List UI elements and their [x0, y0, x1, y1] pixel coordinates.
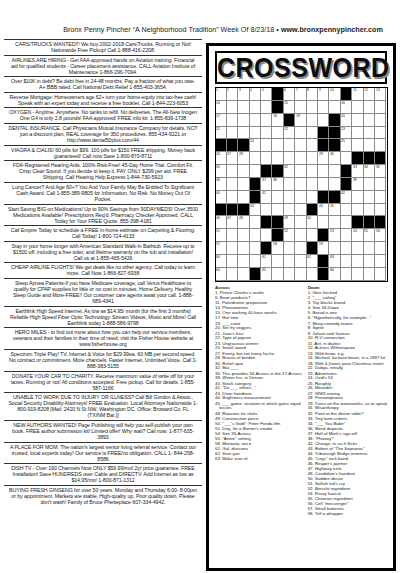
white-square: 28: [238, 152, 249, 165]
white-square: [352, 191, 363, 204]
white-square: [238, 255, 249, 268]
white-square: [227, 191, 238, 204]
white-square: [375, 114, 386, 127]
white-square: 33: [352, 165, 363, 178]
clue: 45. ___ game: situation in which gains e…: [215, 401, 302, 411]
white-square: [352, 255, 363, 268]
white-square: 18: [272, 114, 283, 127]
white-square: [295, 204, 306, 217]
cell-number: 3: [239, 88, 241, 92]
white-square: [250, 216, 261, 229]
white-square: 63: [329, 255, 340, 268]
black-square: [318, 268, 329, 281]
white-square: [261, 127, 272, 140]
black-square: [341, 178, 352, 191]
white-square: 39: [352, 178, 363, 191]
cell-number: 41: [262, 191, 266, 195]
cell-number: 29: [319, 152, 323, 156]
black-square: [352, 152, 363, 165]
classified-ad: Reverse Mortgage: Homeowners age 62+ tur…: [4, 92, 202, 108]
black-square: [272, 229, 283, 242]
black-square: [250, 178, 261, 191]
white-square: 49: [284, 216, 295, 229]
white-square: 45: [329, 204, 340, 217]
cell-number: 33: [353, 165, 357, 169]
white-square: [284, 204, 295, 217]
black-square: [238, 139, 249, 152]
white-square: [329, 178, 340, 191]
white-square: 20: [341, 114, 352, 127]
cell-number: 66: [330, 268, 334, 272]
black-square: [364, 216, 375, 229]
white-square: [227, 268, 238, 281]
white-square: [284, 191, 295, 204]
cell-number: 6: [284, 88, 286, 92]
white-square: [250, 242, 261, 255]
white-square: [329, 216, 340, 229]
white-square: 65: [261, 268, 272, 281]
cell-number: 26: [216, 152, 220, 156]
classified-ad: CHEAP AIRLINE FLIGHTS! We get deals like…: [4, 262, 202, 278]
cell-number: 61: [262, 255, 266, 259]
white-square: [238, 229, 249, 242]
white-square: [295, 268, 306, 281]
white-square: 23: [341, 127, 352, 140]
white-square: 16: [341, 101, 352, 114]
crossword-masthead: CROSSWORD: [215, 51, 387, 84]
white-square: [307, 165, 318, 178]
white-square: [352, 114, 363, 127]
black-square: [261, 165, 272, 178]
black-square: [352, 216, 363, 229]
white-square: [250, 255, 261, 268]
white-square: 47: [227, 216, 238, 229]
header-title: Bronx Penny Pincher “A Neighborhood Trad…: [63, 25, 281, 34]
white-square: [341, 204, 352, 217]
white-square: [295, 229, 306, 242]
cell-number: 51: [216, 229, 220, 233]
white-square: [295, 242, 306, 255]
white-square: [307, 139, 318, 152]
white-square: 52: [284, 229, 295, 242]
white-square: [307, 127, 318, 140]
classified-ad: Earthlink High Speed Internet. As low as…: [4, 306, 202, 328]
white-square: [238, 127, 249, 140]
white-square: [352, 204, 363, 217]
white-square: [307, 114, 318, 127]
black-square: [284, 114, 295, 127]
white-square: [295, 255, 306, 268]
white-square: 26: [216, 152, 227, 165]
white-square: [307, 101, 318, 114]
white-square: [307, 152, 318, 165]
white-square: [341, 216, 352, 229]
white-square: [375, 101, 386, 114]
cell-number: 40: [216, 191, 220, 195]
classified-ad: Call Empire Today to schedule a FREE in-…: [4, 225, 202, 241]
white-square: 35: [375, 165, 386, 178]
white-square: 57: [216, 242, 227, 255]
white-square: [295, 191, 306, 204]
white-square: [250, 114, 261, 127]
cell-number: 9: [319, 88, 321, 92]
cell-number: 27: [227, 152, 231, 156]
black-square: [329, 127, 340, 140]
classified-ad: Spectrum Triple Play! TV, Internet & Voi…: [4, 349, 202, 371]
white-square: 22: [284, 127, 295, 140]
classified-ad: BUYING FRESH GINSENG for over 50 years. …: [4, 485, 202, 507]
black-square: [318, 139, 329, 152]
cell-number: 42: [341, 191, 345, 195]
white-square: 11: [352, 88, 363, 101]
crossword-title: CROSSWORD: [217, 52, 390, 81]
white-square: [295, 127, 306, 140]
white-square: [272, 268, 283, 281]
white-square: 5: [261, 88, 272, 101]
black-square: [216, 139, 227, 152]
white-square: 61: [261, 255, 272, 268]
black-square: [375, 152, 386, 165]
cell-number: 14: [216, 101, 220, 105]
white-square: [261, 114, 272, 127]
cell-number: 13: [376, 88, 380, 92]
black-square: [216, 204, 227, 217]
white-square: [375, 204, 386, 217]
cell-number: 50: [307, 216, 311, 220]
classified-ad: Lung Cancer? And Age 60+? You And Your F…: [4, 182, 202, 204]
white-square: [295, 139, 306, 152]
white-square: [250, 165, 261, 178]
black-square: [341, 165, 352, 178]
black-square: [272, 216, 283, 229]
white-square: 32: [284, 165, 295, 178]
white-square: 15: [284, 101, 295, 114]
white-square: [375, 242, 386, 255]
white-square: [352, 268, 363, 281]
white-square: [295, 216, 306, 229]
white-square: 24: [250, 139, 261, 152]
white-square: [318, 101, 329, 114]
white-square: 7: [295, 88, 306, 101]
white-square: [364, 191, 375, 204]
white-square: [307, 178, 318, 191]
black-square: [250, 268, 261, 281]
white-square: [318, 178, 329, 191]
cell-number: 2: [227, 88, 229, 92]
cell-number: 63: [330, 255, 334, 259]
white-square: 12: [364, 88, 375, 101]
classified-ad: CARS/TRUCKS WANTED!!! We buy 2002-2018 C…: [4, 39, 202, 55]
white-square: [295, 165, 306, 178]
white-square: 17: [216, 114, 227, 127]
white-square: [352, 242, 363, 255]
white-square: 21: [216, 127, 227, 140]
cell-number: 15: [284, 101, 288, 105]
cell-number: 18: [273, 114, 277, 118]
white-square: 30: [329, 152, 340, 165]
white-square: 37: [261, 178, 272, 191]
crossword-panel: CROSSWORD 123456789101112131415161718192…: [206, 43, 396, 571]
classified-ad: Over $10K in debt? Be debt free in 24-48…: [4, 76, 202, 92]
white-square: [261, 139, 272, 152]
white-square: [352, 101, 363, 114]
header-url: www.bronxpennypincher.com: [281, 25, 383, 34]
white-square: [238, 165, 249, 178]
cell-number: 45: [330, 204, 334, 208]
white-square: [250, 229, 261, 242]
white-square: [364, 255, 375, 268]
cell-number: 44: [319, 204, 323, 208]
white-square: 9: [318, 88, 329, 101]
cell-number: 54: [353, 229, 357, 233]
classified-ad: OXYGEN - Anytime. Anywhere. No tanks to …: [4, 107, 202, 123]
white-square: 56: [375, 229, 386, 242]
cell-number: 1: [216, 88, 218, 92]
white-square: [364, 127, 375, 140]
white-square: [329, 165, 340, 178]
black-square: [329, 139, 340, 152]
cell-number: 11: [353, 88, 357, 92]
cell-number: 8: [307, 88, 309, 92]
white-square: [272, 139, 283, 152]
white-square: [261, 101, 272, 114]
cell-number: 34: [364, 165, 368, 169]
cell-number: 56: [376, 229, 380, 233]
white-square: 38: [272, 178, 283, 191]
classified-ad: A PLACE FOR MOM. The nation's largest se…: [4, 442, 202, 464]
white-square: [364, 101, 375, 114]
cell-number: 19: [296, 114, 300, 118]
white-square: 34: [364, 165, 375, 178]
cell-number: 7: [296, 88, 298, 92]
cell-number: 31: [216, 165, 220, 169]
white-square: [227, 114, 238, 127]
white-square: [307, 268, 318, 281]
black-square: [307, 242, 318, 255]
cell-number: 5: [262, 88, 264, 92]
cell-number: 47: [227, 216, 231, 220]
black-square: [318, 127, 329, 140]
white-square: 1: [216, 88, 227, 101]
cell-number: 24: [250, 139, 254, 143]
white-square: [272, 191, 283, 204]
white-square: 53: [329, 229, 340, 242]
classified-ad: Sleep Apnea Patients-If you have Medicar…: [4, 278, 202, 306]
cell-number: 53: [330, 229, 334, 233]
white-square: [272, 152, 283, 165]
white-square: [272, 204, 283, 217]
cell-number: 38: [273, 178, 277, 182]
cell-number: 35: [376, 165, 380, 169]
white-square: [227, 165, 238, 178]
cell-number: 49: [284, 216, 288, 220]
white-square: [284, 255, 295, 268]
white-square: [227, 229, 238, 242]
white-square: [261, 204, 272, 217]
black-square: [272, 88, 283, 101]
cell-number: 65: [262, 268, 266, 272]
white-square: [284, 242, 295, 255]
white-square: 31: [216, 165, 227, 178]
white-square: 13: [375, 88, 386, 101]
white-square: [284, 152, 295, 165]
black-square: [261, 242, 272, 255]
white-square: [261, 229, 272, 242]
black-square: [375, 216, 386, 229]
white-square: [341, 152, 352, 165]
white-square: 50: [307, 216, 318, 229]
white-square: 55: [364, 229, 375, 242]
across-heading: Across: [215, 285, 302, 290]
cell-number: 12: [364, 88, 368, 92]
white-square: [227, 127, 238, 140]
white-square: 43: [250, 204, 261, 217]
white-square: [227, 242, 238, 255]
white-square: [364, 139, 375, 152]
classified-ad: DISH TV - Over 190 Channels Now ONLY $59…: [4, 463, 202, 485]
cell-number: 48: [239, 216, 243, 220]
white-square: [272, 255, 283, 268]
black-square: [318, 255, 329, 268]
white-square: [250, 101, 261, 114]
classified-ad: UNABLE TO WORK DUE TO INJURY OR ILLNESS?…: [4, 392, 202, 420]
white-square: [238, 101, 249, 114]
black-square: [261, 216, 272, 229]
white-square: [238, 242, 249, 255]
white-square: [341, 255, 352, 268]
white-square: [375, 127, 386, 140]
white-square: 58: [272, 242, 283, 255]
white-square: [238, 178, 249, 191]
white-square: 10: [329, 88, 340, 101]
cell-number: 58: [273, 242, 277, 246]
cell-number: 20: [341, 114, 345, 118]
cell-number: 52: [284, 229, 288, 233]
down-clues: Down 1. Gets hitched2. "___ sailing"3. T…: [308, 285, 390, 516]
white-square: 60: [216, 255, 227, 268]
classified-ad: FDA-Registered Hearing Aids. 100% Risk-F…: [4, 160, 202, 182]
white-square: 51: [216, 229, 227, 242]
white-square: [364, 242, 375, 255]
classified-ad: AIRLINES ARE HIRING - Get FAA approved h…: [4, 55, 202, 77]
cell-number: 64: [216, 268, 220, 272]
classified-ad: HERO MILES - to find out more about how …: [4, 327, 202, 349]
white-square: 14: [216, 101, 227, 114]
white-square: [318, 165, 329, 178]
cell-number: 4: [250, 88, 252, 92]
white-square: [238, 114, 249, 127]
cell-number: 37: [262, 178, 266, 182]
cell-number: 21: [216, 127, 220, 131]
black-square: [250, 191, 261, 204]
white-square: 44: [318, 204, 329, 217]
white-square: [352, 139, 363, 152]
white-square: 25: [341, 139, 352, 152]
cell-number: 10: [330, 88, 334, 92]
white-square: [250, 127, 261, 140]
white-square: [295, 152, 306, 165]
black-square: [227, 139, 238, 152]
classified-ad: Start Saving BIG on Medications! Up to 9…: [4, 204, 202, 226]
white-square: [318, 216, 329, 229]
white-square: 2: [227, 88, 238, 101]
cell-number: 60: [216, 255, 220, 259]
white-square: [284, 268, 295, 281]
cell-number: 62: [307, 255, 311, 259]
white-square: [250, 152, 261, 165]
white-square: [364, 268, 375, 281]
cell-number: 22: [284, 127, 288, 131]
black-square: [272, 101, 283, 114]
white-square: [375, 191, 386, 204]
white-square: 42: [341, 191, 352, 204]
black-square: [238, 204, 249, 217]
white-square: [329, 101, 340, 114]
cell-number: 59: [319, 242, 323, 246]
page-header: Bronx Penny Pincher “A Neighborhood Trad…: [0, 25, 400, 34]
white-square: [307, 229, 318, 242]
clues-area: Across 1. Prince Charles's realm6. Bean …: [215, 285, 390, 561]
cell-number: 28: [239, 152, 243, 156]
white-square: [238, 268, 249, 281]
white-square: [238, 191, 249, 204]
white-square: 66: [329, 268, 340, 281]
cell-number: 32: [284, 165, 288, 169]
white-square: [227, 255, 238, 268]
classifieds-column: CARS/TRUCKS WANTED!!! We buy 2002-2018 C…: [4, 39, 202, 573]
black-square: [318, 229, 329, 242]
white-square: 48: [238, 216, 249, 229]
white-square: 19: [295, 114, 306, 127]
white-square: [261, 152, 272, 165]
white-square: [352, 127, 363, 140]
cell-number: 57: [216, 242, 220, 246]
white-square: [318, 114, 329, 127]
white-square: [375, 139, 386, 152]
white-square: [272, 127, 283, 140]
white-square: [295, 101, 306, 114]
classified-ad: Stay in your home longer with American S…: [4, 241, 202, 263]
classified-ad: VIAGRA & CIALIS! 60 pills for $99. 100 p…: [4, 145, 202, 161]
cell-number: 55: [364, 229, 368, 233]
classified-ad: NEW AUTHORS WANTED! Page Publishing will…: [4, 420, 202, 442]
white-square: [284, 139, 295, 152]
white-square: 41: [261, 191, 272, 204]
white-square: [375, 255, 386, 268]
white-square: [307, 191, 318, 204]
white-square: 29: [318, 152, 329, 165]
crossword-grid: 1234567891011121314151617181920212223242…: [215, 87, 388, 282]
white-square: 40: [216, 191, 227, 204]
cell-number: 17: [216, 114, 220, 118]
black-square: [272, 165, 283, 178]
white-square: [341, 242, 352, 255]
cell-number: 25: [341, 139, 345, 143]
white-square: [364, 114, 375, 127]
white-square: [227, 178, 238, 191]
white-square: [341, 229, 352, 242]
cell-number: 39: [353, 178, 357, 182]
white-square: [284, 178, 295, 191]
white-square: 27: [227, 152, 238, 165]
classified-ad: DENTAL INSURANCE. Call Physicians Mutual…: [4, 123, 202, 145]
cell-number: 16: [341, 101, 345, 105]
cell-number: 23: [341, 127, 345, 131]
white-square: 54: [352, 229, 363, 242]
cell-number: 43: [250, 204, 254, 208]
black-square: [307, 204, 318, 217]
white-square: 3: [238, 88, 249, 101]
